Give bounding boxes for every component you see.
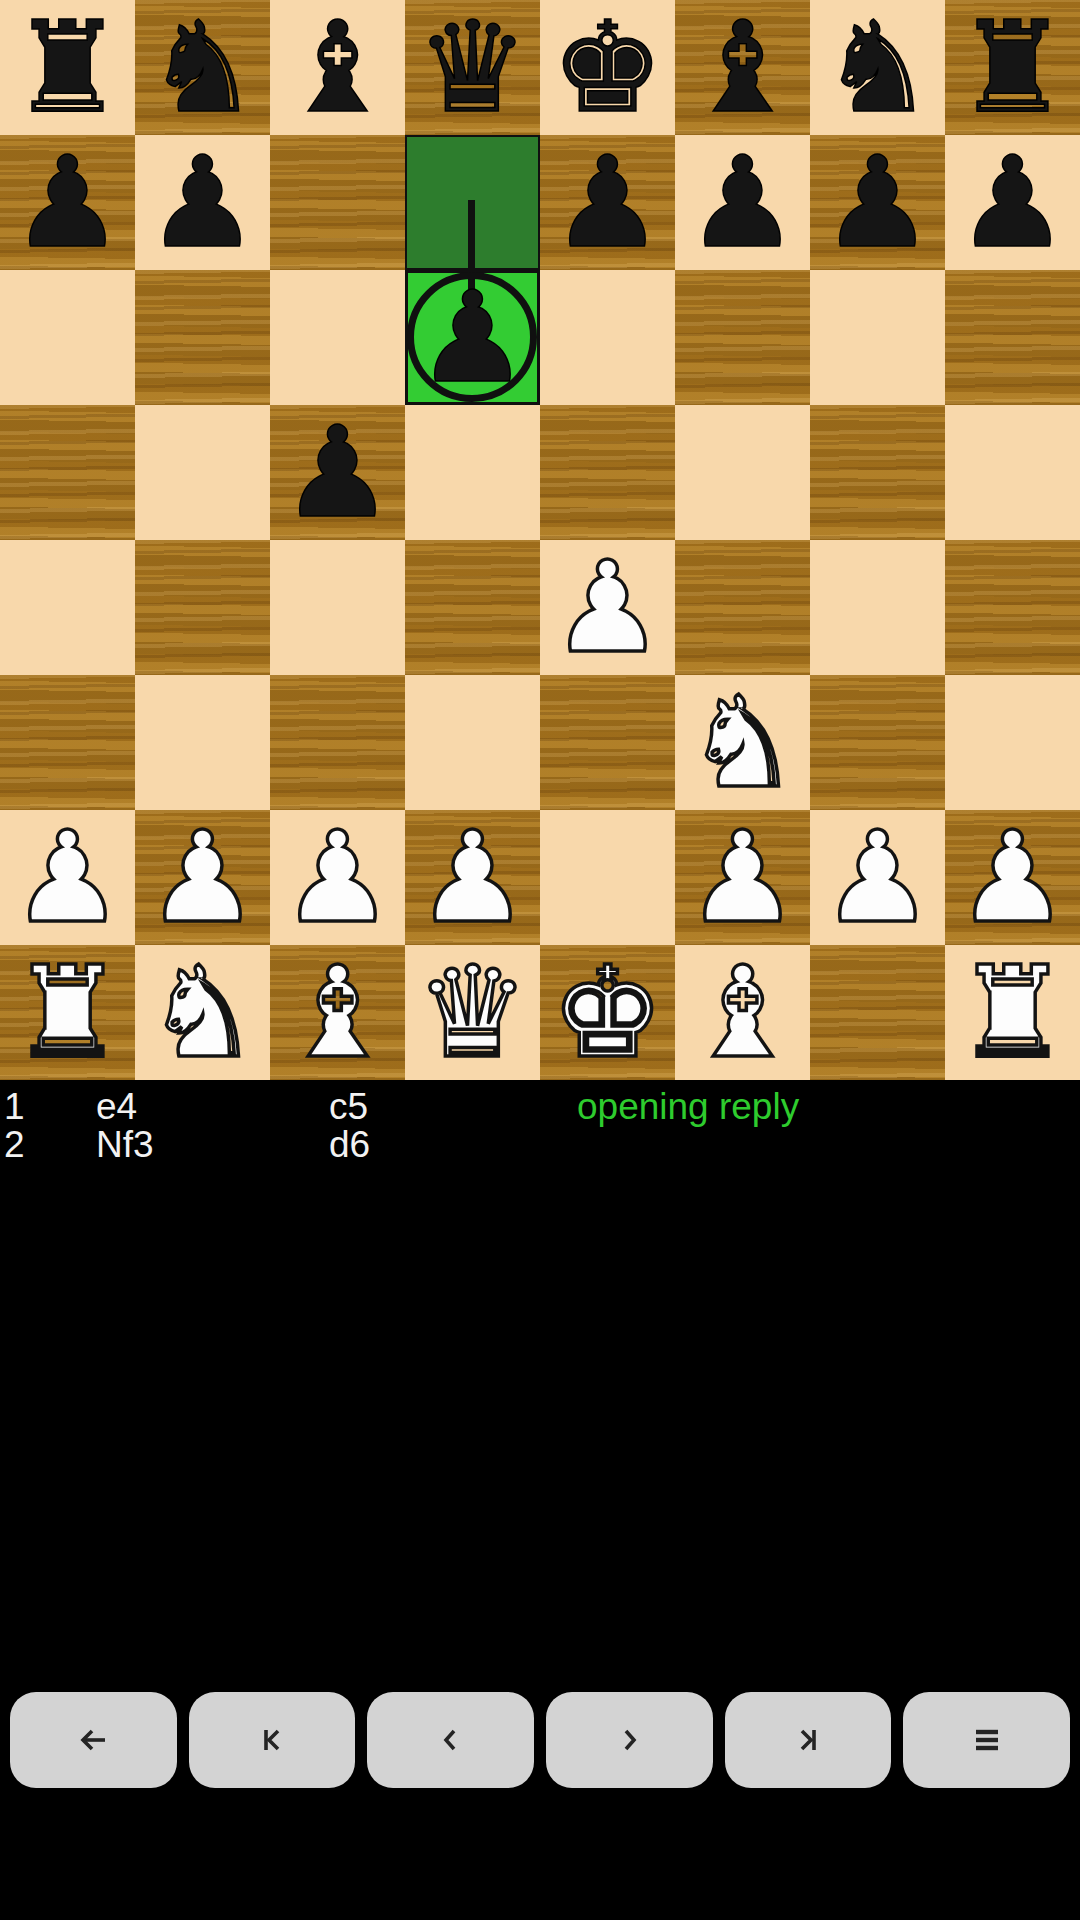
piece-black-rook-h8[interactable]: ♜ [956, 0, 1069, 135]
square-a7[interactable]: ♟ [0, 135, 135, 270]
square-b1[interactable]: ♞ [135, 945, 270, 1080]
square-f3[interactable]: ♞ [675, 675, 810, 810]
square-e6[interactable] [540, 270, 675, 405]
square-c8[interactable]: ♝ [270, 0, 405, 135]
square-f8[interactable]: ♝ [675, 0, 810, 135]
square-e2[interactable] [540, 810, 675, 945]
square-e5[interactable] [540, 405, 675, 540]
piece-black-king-e8[interactable]: ♚ [551, 0, 664, 135]
square-h2[interactable]: ♟ [945, 810, 1080, 945]
piece-black-knight-g8[interactable]: ♞ [821, 0, 934, 135]
square-g1[interactable] [810, 945, 945, 1080]
square-c5[interactable]: ♟ [270, 405, 405, 540]
chess-board[interactable]: ♜♞♝♛♚♝♞♜♟♟♟♟♟♟♟♟♟♞♟♟♟♟♟♟♟♜♞♝♛♚♝♜ [0, 0, 1080, 1080]
square-h5[interactable] [945, 405, 1080, 540]
square-g5[interactable] [810, 405, 945, 540]
square-h7[interactable]: ♟ [945, 135, 1080, 270]
piece-white-knight-f3[interactable]: ♞ [686, 675, 799, 810]
square-d2[interactable]: ♟ [405, 810, 540, 945]
square-b2[interactable]: ♟ [135, 810, 270, 945]
piece-white-knight-b1[interactable]: ♞ [146, 945, 259, 1080]
piece-black-pawn-a7[interactable]: ♟ [11, 135, 124, 270]
menu-button[interactable] [903, 1692, 1070, 1788]
skip-to-start-icon [255, 1723, 289, 1757]
square-f4[interactable] [675, 540, 810, 675]
piece-black-pawn-d6[interactable]: ♟ [416, 270, 529, 405]
move-annotation: opening reply [577, 1088, 799, 1126]
square-d8[interactable]: ♛ [405, 0, 540, 135]
next-move-button[interactable] [546, 1692, 713, 1788]
skip-to-end-icon [791, 1723, 825, 1757]
square-d4[interactable] [405, 540, 540, 675]
back-button[interactable] [10, 1692, 177, 1788]
square-f2[interactable]: ♟ [675, 810, 810, 945]
square-g4[interactable] [810, 540, 945, 675]
square-b3[interactable] [135, 675, 270, 810]
move-number: 2 [4, 1126, 25, 1164]
square-a3[interactable] [0, 675, 135, 810]
square-b8[interactable]: ♞ [135, 0, 270, 135]
piece-white-pawn-h2[interactable]: ♟ [956, 810, 1069, 945]
square-h1[interactable]: ♜ [945, 945, 1080, 1080]
square-b7[interactable]: ♟ [135, 135, 270, 270]
piece-black-pawn-b7[interactable]: ♟ [146, 135, 259, 270]
square-g3[interactable] [810, 675, 945, 810]
square-a1[interactable]: ♜ [0, 945, 135, 1080]
square-h4[interactable] [945, 540, 1080, 675]
piece-white-bishop-f1[interactable]: ♝ [686, 945, 799, 1080]
square-d3[interactable] [405, 675, 540, 810]
square-h6[interactable] [945, 270, 1080, 405]
square-e8[interactable]: ♚ [540, 0, 675, 135]
chevron-left-icon [434, 1723, 468, 1757]
square-a6[interactable] [0, 270, 135, 405]
square-e7[interactable]: ♟ [540, 135, 675, 270]
piece-white-rook-h1[interactable]: ♜ [956, 945, 1069, 1080]
hamburger-menu-icon [969, 1723, 1005, 1757]
piece-white-pawn-d2[interactable]: ♟ [416, 810, 529, 945]
square-c7[interactable] [270, 135, 405, 270]
square-d5[interactable] [405, 405, 540, 540]
square-c4[interactable] [270, 540, 405, 675]
white-move[interactable]: e4 [96, 1088, 137, 1126]
toolbar [10, 1692, 1070, 1788]
square-g2[interactable]: ♟ [810, 810, 945, 945]
square-g8[interactable]: ♞ [810, 0, 945, 135]
piece-white-pawn-e4[interactable]: ♟ [551, 540, 664, 675]
previous-move-button[interactable] [367, 1692, 534, 1788]
piece-black-queen-d8[interactable]: ♛ [416, 0, 529, 135]
move-number: 1 [4, 1088, 25, 1126]
square-b6[interactable] [135, 270, 270, 405]
piece-black-rook-a8[interactable]: ♜ [11, 0, 124, 135]
piece-black-pawn-g7[interactable]: ♟ [821, 135, 934, 270]
square-a8[interactable]: ♜ [0, 0, 135, 135]
chevron-right-icon [612, 1723, 646, 1757]
square-f5[interactable] [675, 405, 810, 540]
square-a5[interactable] [0, 405, 135, 540]
piece-white-bishop-c1[interactable]: ♝ [281, 945, 394, 1080]
piece-white-pawn-b2[interactable]: ♟ [146, 810, 259, 945]
square-e4[interactable]: ♟ [540, 540, 675, 675]
move-row-1: 1 e4 c5 opening reply [0, 1088, 1080, 1126]
square-d1[interactable]: ♛ [405, 945, 540, 1080]
black-move[interactable]: d6 [329, 1126, 370, 1164]
arrow-left-icon [76, 1723, 110, 1757]
square-g6[interactable] [810, 270, 945, 405]
white-move[interactable]: Nf3 [96, 1126, 154, 1164]
piece-white-pawn-g2[interactable]: ♟ [821, 810, 934, 945]
piece-black-bishop-c8[interactable]: ♝ [281, 0, 394, 135]
square-h3[interactable] [945, 675, 1080, 810]
square-e3[interactable] [540, 675, 675, 810]
move-list: 1 e4 c5 opening reply 2 Nf3 d6 [0, 1088, 1080, 1164]
square-c2[interactable]: ♟ [270, 810, 405, 945]
square-c3[interactable] [270, 675, 405, 810]
android-nav-bar [0, 1820, 1080, 1920]
square-h8[interactable]: ♜ [945, 0, 1080, 135]
piece-black-pawn-e7[interactable]: ♟ [551, 135, 664, 270]
piece-black-pawn-f7[interactable]: ♟ [686, 135, 799, 270]
square-e1[interactable]: ♚ [540, 945, 675, 1080]
piece-black-pawn-h7[interactable]: ♟ [956, 135, 1069, 270]
square-f1[interactable]: ♝ [675, 945, 810, 1080]
square-f6[interactable] [675, 270, 810, 405]
square-c6[interactable] [270, 270, 405, 405]
piece-white-queen-d1[interactable]: ♛ [416, 945, 529, 1080]
black-move[interactable]: c5 [329, 1088, 368, 1126]
square-a2[interactable]: ♟ [0, 810, 135, 945]
move-row-2: 2 Nf3 d6 [0, 1126, 1080, 1164]
square-f7[interactable]: ♟ [675, 135, 810, 270]
piece-white-pawn-f2[interactable]: ♟ [686, 810, 799, 945]
piece-white-pawn-c2[interactable]: ♟ [281, 810, 394, 945]
piece-black-knight-b8[interactable]: ♞ [146, 0, 259, 135]
piece-black-bishop-f8[interactable]: ♝ [686, 0, 799, 135]
square-d6[interactable]: ♟ [405, 270, 540, 405]
square-a4[interactable] [0, 540, 135, 675]
piece-white-rook-a1[interactable]: ♜ [11, 945, 124, 1080]
first-move-button[interactable] [189, 1692, 356, 1788]
square-c1[interactable]: ♝ [270, 945, 405, 1080]
square-b4[interactable] [135, 540, 270, 675]
square-b5[interactable] [135, 405, 270, 540]
last-move-button[interactable] [725, 1692, 892, 1788]
piece-black-pawn-c5[interactable]: ♟ [281, 405, 394, 540]
piece-white-pawn-a2[interactable]: ♟ [11, 810, 124, 945]
square-g7[interactable]: ♟ [810, 135, 945, 270]
piece-white-king-e1[interactable]: ♚ [551, 945, 664, 1080]
